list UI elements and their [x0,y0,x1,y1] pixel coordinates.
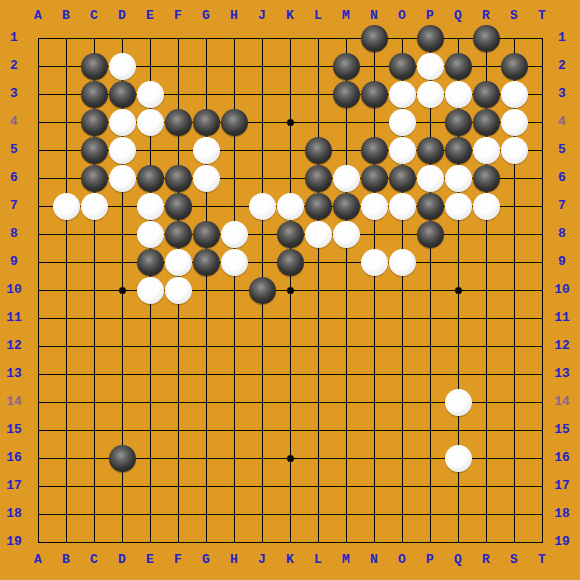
board-intersection[interactable] [221,417,249,445]
board-intersection[interactable] [277,249,305,277]
board-intersection[interactable] [445,249,473,277]
board-intersection[interactable] [473,277,501,305]
board-intersection[interactable] [109,277,137,305]
board-intersection[interactable] [361,361,389,389]
board-intersection[interactable] [109,221,137,249]
board-intersection[interactable] [445,361,473,389]
board-intersection[interactable] [137,193,165,221]
board-intersection[interactable] [305,193,333,221]
board-intersection[interactable] [137,333,165,361]
board-intersection[interactable] [473,445,501,473]
board-intersection[interactable] [501,305,529,333]
board-intersection[interactable] [109,473,137,501]
board-intersection[interactable] [25,333,53,361]
board-intersection[interactable] [389,249,417,277]
board-intersection[interactable] [25,221,53,249]
board-intersection[interactable] [473,417,501,445]
board-intersection[interactable] [445,445,473,473]
board-intersection[interactable] [81,81,109,109]
board-intersection[interactable] [305,333,333,361]
board-intersection[interactable] [249,249,277,277]
board-intersection[interactable] [193,81,221,109]
board-intersection[interactable] [417,417,445,445]
board-intersection[interactable] [25,165,53,193]
board-intersection[interactable] [417,389,445,417]
board-intersection[interactable] [361,165,389,193]
board-intersection[interactable] [445,417,473,445]
board-intersection[interactable] [473,305,501,333]
board-intersection[interactable] [165,361,193,389]
board-intersection[interactable] [501,193,529,221]
board-intersection[interactable] [333,249,361,277]
board-intersection[interactable] [501,277,529,305]
board-intersection[interactable] [53,221,81,249]
board-intersection[interactable] [81,165,109,193]
board-intersection[interactable] [417,501,445,529]
board-intersection[interactable] [389,109,417,137]
board-intersection[interactable] [501,221,529,249]
board-intersection[interactable] [473,81,501,109]
board-intersection[interactable] [361,249,389,277]
board-intersection[interactable] [361,389,389,417]
board-intersection[interactable] [473,53,501,81]
board-intersection[interactable] [165,193,193,221]
board-intersection[interactable] [53,361,81,389]
board-intersection[interactable] [333,305,361,333]
board-intersection[interactable] [221,361,249,389]
board-intersection[interactable] [473,473,501,501]
board-intersection[interactable] [25,193,53,221]
board-intersection[interactable] [165,81,193,109]
board-intersection[interactable] [249,81,277,109]
board-intersection[interactable] [473,109,501,137]
board-intersection[interactable] [109,165,137,193]
board-intersection[interactable] [81,305,109,333]
board-intersection[interactable] [361,109,389,137]
board-intersection[interactable] [333,473,361,501]
board-intersection[interactable] [389,361,417,389]
board-intersection[interactable] [361,501,389,529]
board-intersection[interactable] [137,53,165,81]
board-intersection[interactable] [389,445,417,473]
board-intersection[interactable] [333,137,361,165]
board-intersection[interactable] [165,25,193,53]
board-intersection[interactable] [249,473,277,501]
board-intersection[interactable] [193,473,221,501]
board-intersection[interactable] [109,389,137,417]
board-intersection[interactable] [305,501,333,529]
board-intersection[interactable] [53,445,81,473]
board-intersection[interactable] [445,305,473,333]
board-intersection[interactable] [137,361,165,389]
board-intersection[interactable] [417,473,445,501]
board-intersection[interactable] [81,417,109,445]
board-intersection[interactable] [333,193,361,221]
board-intersection[interactable] [277,277,305,305]
board-intersection[interactable] [165,53,193,81]
board-intersection[interactable] [165,249,193,277]
board-intersection[interactable] [53,53,81,81]
board-intersection[interactable] [53,109,81,137]
board-intersection[interactable] [305,53,333,81]
board-intersection[interactable] [193,389,221,417]
board-intersection[interactable] [501,249,529,277]
board-intersection[interactable] [305,221,333,249]
board-intersection[interactable] [361,333,389,361]
board-intersection[interactable] [305,277,333,305]
board-intersection[interactable] [165,221,193,249]
board-intersection[interactable] [445,109,473,137]
board-intersection[interactable] [53,137,81,165]
board-intersection[interactable] [473,25,501,53]
board-intersection[interactable] [361,81,389,109]
board-intersection[interactable] [193,193,221,221]
board-intersection[interactable] [333,277,361,305]
board-intersection[interactable] [445,53,473,81]
board-intersection[interactable] [501,137,529,165]
board-intersection[interactable] [305,417,333,445]
board-intersection[interactable] [221,445,249,473]
board-intersection[interactable] [501,389,529,417]
board-intersection[interactable] [417,305,445,333]
board-intersection[interactable] [305,305,333,333]
board-intersection[interactable] [473,193,501,221]
board-intersection[interactable] [25,389,53,417]
board-intersection[interactable] [53,25,81,53]
board-intersection[interactable] [221,53,249,81]
board-intersection[interactable] [193,445,221,473]
board-intersection[interactable] [193,137,221,165]
board-intersection[interactable] [193,221,221,249]
board-intersection[interactable] [53,305,81,333]
board-intersection[interactable] [81,277,109,305]
board-intersection[interactable] [445,389,473,417]
board-intersection[interactable] [445,193,473,221]
board-intersection[interactable] [473,137,501,165]
board-intersection[interactable] [221,333,249,361]
board-intersection[interactable] [389,193,417,221]
board-intersection[interactable] [53,249,81,277]
board-intersection[interactable] [473,501,501,529]
board-intersection[interactable] [361,53,389,81]
board-intersection[interactable] [81,501,109,529]
board-intersection[interactable] [165,389,193,417]
board-intersection[interactable] [249,501,277,529]
board-intersection[interactable] [333,81,361,109]
board-intersection[interactable] [277,109,305,137]
board-intersection[interactable] [417,81,445,109]
board-intersection[interactable] [193,53,221,81]
board-intersection[interactable] [137,25,165,53]
board-intersection[interactable] [25,305,53,333]
board-intersection[interactable] [249,25,277,53]
board-intersection[interactable] [165,305,193,333]
board-intersection[interactable] [193,361,221,389]
board-intersection[interactable] [389,417,417,445]
board-intersection[interactable] [361,445,389,473]
board-intersection[interactable] [445,277,473,305]
board-intersection[interactable] [277,221,305,249]
board-intersection[interactable] [249,417,277,445]
board-intersection[interactable] [501,417,529,445]
board-intersection[interactable] [277,417,305,445]
board-intersection[interactable] [81,109,109,137]
board-intersection[interactable] [137,81,165,109]
board-intersection[interactable] [137,165,165,193]
board-intersection[interactable] [81,473,109,501]
board-intersection[interactable] [137,305,165,333]
board-intersection[interactable] [137,501,165,529]
board-intersection[interactable] [137,473,165,501]
board-intersection[interactable] [81,53,109,81]
board-intersection[interactable] [445,81,473,109]
board-intersection[interactable] [361,193,389,221]
board-intersection[interactable] [417,445,445,473]
board-intersection[interactable] [193,417,221,445]
board-intersection[interactable] [277,53,305,81]
board-intersection[interactable] [333,445,361,473]
board-intersection[interactable] [165,445,193,473]
board-intersection[interactable] [389,305,417,333]
board-intersection[interactable] [305,361,333,389]
board-intersection[interactable] [501,333,529,361]
board-intersection[interactable] [333,501,361,529]
board-intersection[interactable] [25,137,53,165]
board-intersection[interactable] [53,473,81,501]
board-intersection[interactable] [445,25,473,53]
board-intersection[interactable] [25,109,53,137]
board-intersection[interactable] [249,389,277,417]
board-intersection[interactable] [81,193,109,221]
board-intersection[interactable] [361,305,389,333]
board-intersection[interactable] [249,445,277,473]
board-intersection[interactable] [501,501,529,529]
board-intersection[interactable] [53,389,81,417]
board-intersection[interactable] [305,81,333,109]
board-intersection[interactable] [277,501,305,529]
board-intersection[interactable] [417,277,445,305]
board-intersection[interactable] [249,109,277,137]
board-intersection[interactable] [277,25,305,53]
board-intersection[interactable] [333,417,361,445]
board-intersection[interactable] [501,25,529,53]
board-intersection[interactable] [473,249,501,277]
board-intersection[interactable] [53,81,81,109]
board-intersection[interactable] [81,249,109,277]
board-intersection[interactable] [417,361,445,389]
board-intersection[interactable] [389,25,417,53]
board-intersection[interactable] [501,81,529,109]
board-intersection[interactable] [81,333,109,361]
board-intersection[interactable] [417,25,445,53]
board-intersection[interactable] [25,25,53,53]
board-intersection[interactable] [389,277,417,305]
board-intersection[interactable] [165,277,193,305]
board-intersection[interactable] [25,53,53,81]
board-intersection[interactable] [25,277,53,305]
board-intersection[interactable] [305,249,333,277]
board-intersection[interactable] [305,389,333,417]
board-intersection[interactable] [249,53,277,81]
board-intersection[interactable] [53,193,81,221]
board-intersection[interactable] [137,137,165,165]
board-intersection[interactable] [277,165,305,193]
board-intersection[interactable] [53,277,81,305]
board-intersection[interactable] [137,249,165,277]
board-intersection[interactable] [249,277,277,305]
board-intersection[interactable] [417,53,445,81]
board-intersection[interactable] [277,361,305,389]
board-intersection[interactable] [25,361,53,389]
board-intersection[interactable] [389,81,417,109]
board-intersection[interactable] [137,221,165,249]
board-intersection[interactable] [333,333,361,361]
board-intersection[interactable] [81,25,109,53]
board-intersection[interactable] [389,473,417,501]
board-intersection[interactable] [221,389,249,417]
board-intersection[interactable] [137,445,165,473]
board-intersection[interactable] [81,445,109,473]
board-intersection[interactable] [333,361,361,389]
board-intersection[interactable] [221,277,249,305]
board-intersection[interactable] [109,53,137,81]
board-intersection[interactable] [137,389,165,417]
board-intersection[interactable] [361,417,389,445]
board-intersection[interactable] [137,417,165,445]
board-intersection[interactable] [417,193,445,221]
board-intersection[interactable] [389,137,417,165]
board-intersection[interactable] [361,25,389,53]
board-intersection[interactable] [109,109,137,137]
board-intersection[interactable] [25,473,53,501]
board-intersection[interactable] [361,277,389,305]
board-intersection[interactable] [473,165,501,193]
board-intersection[interactable] [53,165,81,193]
board-intersection[interactable] [109,333,137,361]
board-intersection[interactable] [277,445,305,473]
board-intersection[interactable] [221,221,249,249]
board-intersection[interactable] [137,277,165,305]
board-intersection[interactable] [193,249,221,277]
board-intersection[interactable] [305,25,333,53]
board-intersection[interactable] [81,361,109,389]
board-intersection[interactable] [417,109,445,137]
board-intersection[interactable] [389,333,417,361]
board-intersection[interactable] [361,473,389,501]
board-intersection[interactable] [81,221,109,249]
board-intersection[interactable] [389,165,417,193]
board-intersection[interactable] [333,109,361,137]
board-intersection[interactable] [25,417,53,445]
board-intersection[interactable] [249,221,277,249]
board-intersection[interactable] [389,53,417,81]
board-intersection[interactable] [361,221,389,249]
board-intersection[interactable] [277,389,305,417]
board-intersection[interactable] [109,137,137,165]
board-intersection[interactable] [165,473,193,501]
board-intersection[interactable] [361,137,389,165]
board-intersection[interactable] [109,193,137,221]
board-intersection[interactable] [305,109,333,137]
board-intersection[interactable] [193,305,221,333]
board-intersection[interactable] [305,473,333,501]
board-intersection[interactable] [417,249,445,277]
board-intersection[interactable] [501,473,529,501]
board-intersection[interactable] [333,221,361,249]
board-intersection[interactable] [249,361,277,389]
board-intersection[interactable] [193,25,221,53]
board-intersection[interactable] [501,361,529,389]
board-intersection[interactable] [333,25,361,53]
board-intersection[interactable] [501,165,529,193]
board-intersection[interactable] [221,193,249,221]
board-intersection[interactable] [109,417,137,445]
board-intersection[interactable] [277,81,305,109]
board-intersection[interactable] [193,109,221,137]
board-intersection[interactable] [277,473,305,501]
board-intersection[interactable] [81,137,109,165]
board-intersection[interactable] [165,417,193,445]
board-intersection[interactable] [417,137,445,165]
board-intersection[interactable] [221,165,249,193]
board-intersection[interactable] [389,389,417,417]
board-intersection[interactable] [53,501,81,529]
board-intersection[interactable] [501,109,529,137]
board-intersection[interactable] [165,501,193,529]
board-intersection[interactable] [165,109,193,137]
board-intersection[interactable] [165,165,193,193]
board-intersection[interactable] [277,333,305,361]
board-intersection[interactable] [501,53,529,81]
board-intersection[interactable] [25,249,53,277]
board-intersection[interactable] [109,305,137,333]
board-intersection[interactable] [109,25,137,53]
board-intersection[interactable] [221,501,249,529]
board-intersection[interactable] [221,109,249,137]
board-intersection[interactable] [53,417,81,445]
board-intersection[interactable] [53,333,81,361]
board-intersection[interactable] [305,137,333,165]
board-intersection[interactable] [109,361,137,389]
board-intersection[interactable] [249,305,277,333]
board-intersection[interactable] [221,81,249,109]
board-intersection[interactable] [109,249,137,277]
board-intersection[interactable] [389,221,417,249]
board-intersection[interactable] [249,137,277,165]
board-intersection[interactable] [473,221,501,249]
board-intersection[interactable] [277,137,305,165]
board-intersection[interactable] [25,445,53,473]
board-intersection[interactable] [333,389,361,417]
board-intersection[interactable] [501,445,529,473]
board-intersection[interactable] [445,333,473,361]
board-intersection[interactable] [193,277,221,305]
board-intersection[interactable] [417,165,445,193]
board-intersection[interactable] [305,445,333,473]
board-intersection[interactable] [445,137,473,165]
board-intersection[interactable] [109,81,137,109]
board-intersection[interactable] [249,193,277,221]
board-intersection[interactable] [109,445,137,473]
board-intersection[interactable] [193,165,221,193]
board-intersection[interactable] [445,501,473,529]
board-intersection[interactable] [417,221,445,249]
board-intersection[interactable] [25,501,53,529]
board-intersection[interactable] [249,333,277,361]
board-intersection[interactable] [277,193,305,221]
board-intersection[interactable] [249,165,277,193]
board-intersection[interactable] [305,165,333,193]
